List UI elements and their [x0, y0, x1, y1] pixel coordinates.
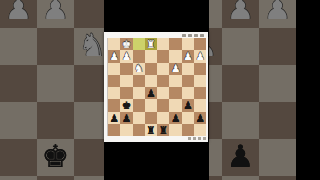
square-a5: [259, 102, 296, 139]
square-g4[interactable]: [120, 75, 132, 87]
white-knight: ♞: [79, 30, 107, 61]
square-e8[interactable]: ♜: [145, 124, 157, 136]
square-b6[interactable]: ♟: [182, 99, 194, 111]
square-a1[interactable]: [194, 38, 206, 50]
square-g6[interactable]: ♚: [120, 99, 132, 111]
square-f8[interactable]: [133, 124, 145, 136]
square-a7[interactable]: ♟: [194, 112, 206, 124]
square-e7[interactable]: [145, 112, 157, 124]
square-h6: [0, 139, 37, 176]
square-b2[interactable]: ♟: [182, 50, 194, 62]
square-g5[interactable]: [120, 87, 132, 99]
black-pawn[interactable]: ♟: [196, 112, 205, 123]
square-c1[interactable]: [169, 38, 181, 50]
black-pawn[interactable]: ♟: [146, 88, 155, 99]
status-icons: [188, 137, 206, 140]
white-pawn[interactable]: ♟: [109, 51, 118, 62]
square-h8[interactable]: [108, 124, 120, 136]
square-e4[interactable]: [145, 75, 157, 87]
square-h1[interactable]: [108, 38, 120, 50]
window-controls: [182, 34, 204, 37]
toolbar-icon[interactable]: [188, 34, 192, 37]
square-e6[interactable]: [145, 99, 157, 111]
square-c8[interactable]: [169, 124, 181, 136]
square-g3: [37, 28, 74, 65]
square-b7: [222, 176, 259, 180]
square-g4: [37, 65, 74, 102]
white-pawn[interactable]: ♟: [171, 63, 180, 74]
square-c6[interactable]: [169, 99, 181, 111]
status-icon: [203, 137, 206, 140]
square-b5: [222, 102, 259, 139]
white-pawn[interactable]: ♟: [196, 51, 205, 62]
square-f3[interactable]: ♞: [133, 63, 145, 75]
toolbar-icon[interactable]: [194, 34, 198, 37]
white-pawn: ♟: [227, 0, 255, 24]
square-f7[interactable]: [133, 112, 145, 124]
white-pawn: ♟: [5, 0, 33, 24]
video-frame: ♚♜♟♟♟♟♞♟♟♚♟♟♟♟♟♜♜ ♚♜♟♟♟♟♞♟♟♚♟♟♟♟♟♜♜: [0, 0, 320, 180]
square-b8[interactable]: [182, 124, 194, 136]
black-pawn: ♟: [42, 178, 70, 180]
square-g8[interactable]: [120, 124, 132, 136]
square-g7: ♟: [37, 176, 74, 180]
square-c7[interactable]: ♟: [169, 112, 181, 124]
square-b2: ♟: [222, 0, 259, 28]
square-e3[interactable]: [145, 63, 157, 75]
square-a4[interactable]: [194, 75, 206, 87]
black-pawn[interactable]: ♟: [109, 112, 118, 123]
square-a6[interactable]: [194, 99, 206, 111]
square-a5[interactable]: [194, 87, 206, 99]
square-e2[interactable]: [145, 50, 157, 62]
black-rook[interactable]: ♜: [159, 125, 168, 136]
square-h5[interactable]: [108, 87, 120, 99]
square-b1[interactable]: [182, 38, 194, 50]
square-b4: [222, 65, 259, 102]
square-e1[interactable]: ♜: [145, 38, 157, 50]
window-toolbar: [104, 32, 208, 38]
square-d7[interactable]: [157, 112, 169, 124]
square-a2: ♟: [259, 0, 296, 28]
status-icon: [198, 137, 201, 140]
square-d1[interactable]: [157, 38, 169, 50]
square-b5[interactable]: [182, 87, 194, 99]
square-h5: [0, 102, 37, 139]
status-icon: [188, 137, 191, 140]
square-a6: [259, 139, 296, 176]
square-g2: ♟: [37, 0, 74, 28]
square-f6[interactable]: [133, 99, 145, 111]
square-h4: [0, 65, 37, 102]
square-c3[interactable]: ♟: [169, 63, 181, 75]
square-h2: ♟: [0, 0, 37, 28]
square-h6[interactable]: [108, 99, 120, 111]
square-a2[interactable]: ♟: [194, 50, 206, 62]
square-b6: ♟: [222, 139, 259, 176]
black-pawn: ♟: [5, 178, 33, 180]
square-g7[interactable]: ♟: [120, 112, 132, 124]
square-d4[interactable]: [157, 75, 169, 87]
black-rook[interactable]: ♜: [146, 125, 155, 136]
square-h4[interactable]: [108, 75, 120, 87]
black-pawn[interactable]: ♟: [122, 112, 131, 123]
square-d8[interactable]: ♜: [157, 124, 169, 136]
square-h7[interactable]: ♟: [108, 112, 120, 124]
black-pawn: ♟: [264, 178, 292, 180]
square-b3[interactable]: [182, 63, 194, 75]
black-pawn: ♟: [227, 141, 255, 172]
square-f5[interactable]: [133, 87, 145, 99]
square-f2[interactable]: [133, 50, 145, 62]
white-pawn: ♟: [42, 0, 70, 24]
white-knight[interactable]: ♞: [134, 63, 143, 74]
square-d2[interactable]: [157, 50, 169, 62]
close-icon[interactable]: [200, 34, 204, 37]
square-d5[interactable]: [157, 87, 169, 99]
black-pawn[interactable]: ♟: [171, 112, 180, 123]
square-g3[interactable]: [120, 63, 132, 75]
white-pawn[interactable]: ♟: [183, 51, 192, 62]
black-king[interactable]: ♚: [122, 100, 131, 111]
square-h3[interactable]: [108, 63, 120, 75]
square-a7: ♟: [259, 176, 296, 180]
square-d3[interactable]: [157, 63, 169, 75]
square-e5[interactable]: ♟: [145, 87, 157, 99]
square-f1[interactable]: [133, 38, 145, 50]
square-c4[interactable]: [169, 75, 181, 87]
toolbar-icon[interactable]: [182, 34, 186, 37]
status-bar: [104, 136, 208, 141]
square-a3[interactable]: [194, 63, 206, 75]
square-g5: [37, 102, 74, 139]
square-c5[interactable]: [169, 87, 181, 99]
white-rook[interactable]: ♜: [146, 38, 155, 49]
white-king[interactable]: ♚: [122, 38, 131, 49]
black-king: ♚: [42, 141, 70, 172]
square-a4: [259, 65, 296, 102]
chess-app-window: ♚♜♟♟♟♟♞♟♟♚♟♟♟♟♟♜♜: [104, 32, 208, 142]
square-c2[interactable]: [169, 50, 181, 62]
black-pawn[interactable]: ♟: [183, 100, 192, 111]
square-b4[interactable]: [182, 75, 194, 87]
square-h3: [0, 28, 37, 65]
square-g1[interactable]: ♚: [120, 38, 132, 50]
square-a3: [259, 28, 296, 65]
square-d6[interactable]: [157, 99, 169, 111]
square-g6: ♚: [37, 139, 74, 176]
square-f4[interactable]: [133, 75, 145, 87]
white-pawn[interactable]: ♟: [122, 51, 131, 62]
square-g2[interactable]: ♟: [120, 50, 132, 62]
chess-board[interactable]: ♚♜♟♟♟♟♞♟♟♚♟♟♟♟♟♜♜: [108, 38, 208, 136]
white-pawn: ♟: [264, 0, 292, 24]
square-h2[interactable]: ♟: [108, 50, 120, 62]
square-b3: [222, 28, 259, 65]
status-icon: [193, 137, 196, 140]
square-b7[interactable]: [182, 112, 194, 124]
square-h7: ♟: [0, 176, 37, 180]
square-a8[interactable]: [194, 124, 206, 136]
